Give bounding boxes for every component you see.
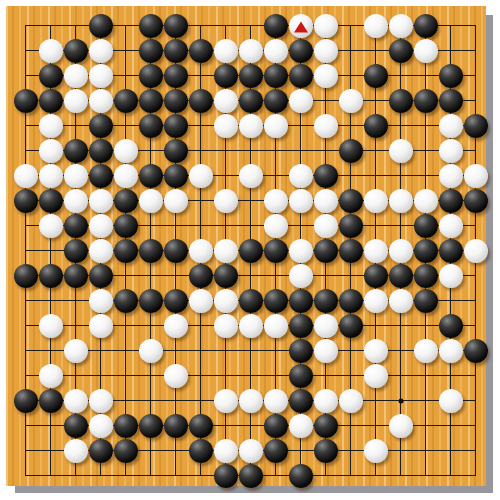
black-stone [289,289,313,313]
black-stone [114,89,138,113]
grid-line-horizontal [25,375,476,376]
white-stone [89,414,113,438]
white-stone [89,289,113,313]
black-stone [139,89,163,113]
black-stone [114,189,138,213]
black-stone [64,139,88,163]
black-stone [439,64,463,88]
black-stone [39,389,63,413]
white-stone [389,189,413,213]
black-stone [14,264,38,288]
white-stone [164,189,188,213]
black-stone [439,89,463,113]
white-stone [314,189,338,213]
black-stone [239,64,263,88]
white-stone [439,164,463,188]
white-stone [314,14,338,38]
black-stone [164,164,188,188]
black-stone [339,139,363,163]
black-stone [164,139,188,163]
white-stone [314,39,338,63]
black-stone [64,264,88,288]
black-stone [64,39,88,63]
white-stone [264,189,288,213]
black-stone [314,164,338,188]
white-stone [214,289,238,313]
white-stone [64,89,88,113]
white-stone [289,264,313,288]
black-stone [339,314,363,338]
black-stone [39,64,63,88]
white-stone [189,289,213,313]
black-stone [214,264,238,288]
white-stone [364,189,388,213]
black-stone [264,439,288,463]
black-stone [414,89,438,113]
white-stone [239,314,263,338]
white-stone [364,364,388,388]
white-stone [289,164,313,188]
white-stone [89,89,113,113]
white-stone [414,39,438,63]
white-stone [239,114,263,138]
black-stone [289,364,313,388]
black-stone [164,14,188,38]
black-stone [314,414,338,438]
last-move-triangle-marker [294,22,308,33]
black-stone [14,89,38,113]
white-stone [214,439,238,463]
black-stone [239,239,263,263]
black-stone [89,14,113,38]
black-stone [239,289,263,313]
white-stone [239,39,263,63]
white-stone [64,64,88,88]
white-stone [364,14,388,38]
white-stone [439,339,463,363]
white-stone [439,389,463,413]
black-stone [289,339,313,363]
black-stone [289,64,313,88]
black-stone [139,289,163,313]
white-stone [439,139,463,163]
black-stone [89,439,113,463]
black-stone [189,264,213,288]
black-stone [414,264,438,288]
black-stone [189,39,213,63]
white-stone [114,139,138,163]
white-stone [89,39,113,63]
black-stone [464,189,488,213]
white-stone [64,439,88,463]
white-stone [139,189,163,213]
black-stone [139,164,163,188]
black-stone [239,464,263,488]
white-stone [164,314,188,338]
white-stone [364,339,388,363]
white-stone [464,164,488,188]
white-stone [239,389,263,413]
black-stone [164,289,188,313]
black-stone [339,289,363,313]
white-stone [164,364,188,388]
black-stone [289,314,313,338]
star-point [398,398,403,403]
white-stone [314,339,338,363]
white-stone [264,214,288,238]
black-stone [164,39,188,63]
white-stone [89,189,113,213]
white-stone [64,389,88,413]
black-stone [414,14,438,38]
black-stone [164,64,188,88]
black-stone [414,239,438,263]
white-stone [89,314,113,338]
black-stone [164,114,188,138]
white-stone [214,39,238,63]
white-stone [89,389,113,413]
white-stone [89,214,113,238]
black-stone [264,14,288,38]
black-stone [314,289,338,313]
white-stone [439,114,463,138]
black-stone [39,189,63,213]
white-stone [414,339,438,363]
white-stone [39,139,63,163]
black-stone [139,114,163,138]
black-stone [114,289,138,313]
black-stone [339,189,363,213]
white-stone [189,239,213,263]
white-stone [364,289,388,313]
white-stone [214,114,238,138]
black-stone [264,414,288,438]
black-stone [114,439,138,463]
white-stone [289,189,313,213]
white-stone [214,239,238,263]
black-stone [89,114,113,138]
black-stone [189,414,213,438]
white-stone [314,389,338,413]
black-stone [164,89,188,113]
white-stone [414,189,438,213]
black-stone [189,89,213,113]
black-stone [389,89,413,113]
black-stone [264,64,288,88]
white-stone [464,239,488,263]
black-stone [114,214,138,238]
black-stone [289,39,313,63]
white-stone [114,164,138,188]
white-stone [389,289,413,313]
white-stone [339,89,363,113]
white-stone [314,314,338,338]
white-stone [39,39,63,63]
white-stone [14,164,38,188]
black-stone [439,314,463,338]
grid-line-horizontal [25,350,476,351]
black-stone [89,139,113,163]
white-stone [439,214,463,238]
white-stone [389,14,413,38]
white-stone [389,139,413,163]
white-stone [314,114,338,138]
black-stone [389,39,413,63]
black-stone [64,414,88,438]
black-stone [314,239,338,263]
black-stone [89,164,113,188]
black-stone [314,439,338,463]
white-stone [189,164,213,188]
white-stone [314,214,338,238]
black-stone [139,64,163,88]
black-stone [14,189,38,213]
black-stone [164,239,188,263]
black-stone [214,464,238,488]
white-stone [239,164,263,188]
black-stone [289,389,313,413]
white-stone [264,314,288,338]
black-stone [439,189,463,213]
white-stone [39,314,63,338]
black-stone [464,339,488,363]
white-stone [289,239,313,263]
white-stone [89,64,113,88]
white-stone [339,389,363,413]
white-stone [89,239,113,263]
black-stone [464,114,488,138]
black-stone [264,89,288,113]
black-stone [14,389,38,413]
black-stone [439,239,463,263]
black-stone [414,214,438,238]
black-stone [414,289,438,313]
black-stone [114,414,138,438]
white-stone [39,214,63,238]
black-stone [239,89,263,113]
black-stone [89,264,113,288]
black-stone [389,264,413,288]
white-stone [314,64,338,88]
white-stone [264,389,288,413]
white-stone [439,264,463,288]
white-stone [389,414,413,438]
black-stone [289,464,313,488]
white-stone [364,239,388,263]
white-stone [64,164,88,188]
black-stone [139,414,163,438]
white-stone [289,89,313,113]
black-stone [214,64,238,88]
white-stone [39,164,63,188]
black-stone [339,214,363,238]
black-stone [189,439,213,463]
black-stone [339,239,363,263]
white-stone [214,189,238,213]
white-stone [289,414,313,438]
white-stone [264,39,288,63]
black-stone [64,214,88,238]
white-stone [64,339,88,363]
white-stone [364,439,388,463]
white-stone [64,189,88,213]
white-stone [389,239,413,263]
white-stone [239,439,263,463]
board-overlay [0,0,500,500]
black-stone [139,239,163,263]
black-stone [39,89,63,113]
black-stone [264,289,288,313]
white-stone [264,114,288,138]
black-stone [364,264,388,288]
black-stone [364,114,388,138]
white-stone [39,364,63,388]
white-stone [139,339,163,363]
white-stone [39,114,63,138]
black-stone [264,239,288,263]
black-stone [39,264,63,288]
black-stone [139,14,163,38]
white-stone [214,89,238,113]
white-stone [214,389,238,413]
black-stone [139,39,163,63]
black-stone [164,414,188,438]
black-stone [64,239,88,263]
go-app-window [0,0,500,500]
black-stone [114,239,138,263]
white-stone [214,314,238,338]
black-stone [364,64,388,88]
